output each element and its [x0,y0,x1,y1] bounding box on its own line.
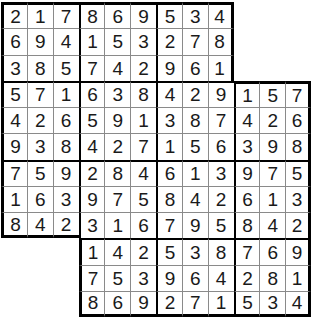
cell-r4c2: 7 [27,81,53,107]
cell-r3c8: 6 [182,55,208,81]
cell-r4c8: 2 [182,81,208,107]
cell-r7c9: 3 [208,160,234,186]
cell-r12c11: 3 [259,291,285,317]
cell-r7c5: 8 [104,160,130,186]
cell-r11c5: 5 [104,265,130,291]
cell-r10c8: 3 [182,238,208,264]
cell-r3c1: 3 [1,55,27,81]
cell-r2c7: 2 [156,28,182,54]
cell-r11c6: 3 [130,265,156,291]
cell-r10c11: 6 [259,238,285,264]
cell-r8c8: 4 [182,186,208,212]
cell-r5c2: 2 [27,107,53,133]
cell-r1c2: 1 [27,2,53,28]
cell-r2c9: 8 [208,28,234,54]
cell-r12c12: 4 [285,291,311,317]
cell-r4c10: 1 [234,81,260,107]
cell-r11c12: 1 [285,265,311,291]
cell-r7c6: 4 [130,160,156,186]
cell-r6c1: 9 [1,133,27,159]
cell-r2c8: 7 [182,28,208,54]
cell-r5c12: 6 [285,107,311,133]
cell-r2c1: 6 [1,28,27,54]
cell-r8c12: 3 [285,186,311,212]
cell-r7c7: 6 [156,160,182,186]
cell-r6c7: 1 [156,133,182,159]
cell-r6c8: 5 [182,133,208,159]
cell-r5c5: 9 [104,107,130,133]
cell-r11c1 [1,265,27,291]
cell-r1c6: 9 [130,2,156,28]
cell-r7c8: 1 [182,160,208,186]
cell-r4c1: 5 [1,81,27,107]
cell-r11c2 [27,265,53,291]
sudoku-board: 2178695346941532783857429615716384291574… [1,2,311,317]
cell-r7c3: 9 [53,160,79,186]
cell-r7c12: 5 [285,160,311,186]
cell-r5c3: 6 [53,107,79,133]
cell-r4c12: 7 [285,81,311,107]
cell-r6c6: 7 [130,133,156,159]
cell-r8c6: 5 [130,186,156,212]
puzzle-canvas: 2178695346941532783857429615716384291574… [0,0,312,320]
cell-r8c1: 1 [1,186,27,212]
cell-r5c1: 4 [1,107,27,133]
cell-r6c2: 3 [27,133,53,159]
cell-r5c4: 5 [79,107,105,133]
cell-r9c6: 6 [130,212,156,238]
cell-r3c12 [285,55,311,81]
cell-r10c2 [27,238,53,264]
cell-r3c9: 1 [208,55,234,81]
cell-r5c9: 7 [208,107,234,133]
cell-r3c4: 7 [79,55,105,81]
cell-r9c11: 4 [259,212,285,238]
cell-r10c4: 1 [79,238,105,264]
cell-r10c5: 4 [104,238,130,264]
cell-r2c12 [285,28,311,54]
cell-r7c2: 5 [27,160,53,186]
cell-r7c1: 7 [1,160,27,186]
cell-r2c2: 9 [27,28,53,54]
cell-r11c10: 2 [234,265,260,291]
cell-r3c5: 4 [104,55,130,81]
cell-r8c7: 8 [156,186,182,212]
cell-r2c4: 1 [79,28,105,54]
cell-r10c6: 2 [130,238,156,264]
cell-r3c3: 5 [53,55,79,81]
cell-r2c5: 5 [104,28,130,54]
cell-r10c3 [53,238,79,264]
cell-r9c1: 8 [1,212,27,238]
cell-r10c1 [1,238,27,264]
cell-r12c5: 6 [104,291,130,317]
cell-r12c4: 8 [79,291,105,317]
cell-r3c7: 9 [156,55,182,81]
cell-r1c12 [285,2,311,28]
cell-r4c5: 3 [104,81,130,107]
cell-r12c1 [1,291,27,317]
cell-r6c10: 3 [234,133,260,159]
cell-r9c9: 5 [208,212,234,238]
cell-r1c11 [259,2,285,28]
cell-r10c12: 9 [285,238,311,264]
cell-r8c10: 6 [234,186,260,212]
cell-r4c9: 9 [208,81,234,107]
cell-r1c10 [234,2,260,28]
cell-r4c7: 4 [156,81,182,107]
cell-r9c2: 4 [27,212,53,238]
cell-r9c5: 1 [104,212,130,238]
cell-r11c11: 8 [259,265,285,291]
cell-r1c4: 8 [79,2,105,28]
cell-r6c5: 2 [104,133,130,159]
cell-r7c10: 9 [234,160,260,186]
cell-r9c12: 2 [285,212,311,238]
cell-r6c12: 8 [285,133,311,159]
cell-r12c7: 2 [156,291,182,317]
cell-r8c11: 1 [259,186,285,212]
cell-r1c7: 5 [156,2,182,28]
cell-r4c3: 1 [53,81,79,107]
cell-r9c7: 7 [156,212,182,238]
cell-r1c3: 7 [53,2,79,28]
cell-r8c2: 6 [27,186,53,212]
cell-r11c4: 7 [79,265,105,291]
cell-r3c11 [259,55,285,81]
cell-r4c11: 5 [259,81,285,107]
cell-r10c7: 5 [156,238,182,264]
cell-r8c9: 2 [208,186,234,212]
cell-r7c4: 2 [79,160,105,186]
cell-r6c3: 8 [53,133,79,159]
cell-r9c3: 2 [53,212,79,238]
cell-r10c9: 8 [208,238,234,264]
cell-r2c10 [234,28,260,54]
cell-r5c8: 8 [182,107,208,133]
cell-r5c10: 4 [234,107,260,133]
cell-r2c11 [259,28,285,54]
cell-r11c9: 4 [208,265,234,291]
cell-r6c4: 4 [79,133,105,159]
cell-r8c4: 9 [79,186,105,212]
cell-r8c3: 3 [53,186,79,212]
cell-r11c8: 6 [182,265,208,291]
cell-r12c10: 5 [234,291,260,317]
cell-r12c9: 1 [208,291,234,317]
cell-r12c8: 7 [182,291,208,317]
cell-r6c11: 9 [259,133,285,159]
cell-r3c6: 2 [130,55,156,81]
cell-r5c7: 3 [156,107,182,133]
cell-r12c3 [53,291,79,317]
cell-r3c10 [234,55,260,81]
cell-r12c2 [27,291,53,317]
cell-r2c6: 3 [130,28,156,54]
cell-r6c9: 6 [208,133,234,159]
cell-r4c6: 8 [130,81,156,107]
cell-r5c11: 2 [259,107,285,133]
cell-r7c11: 7 [259,160,285,186]
cell-r11c3 [53,265,79,291]
cell-r10c10: 7 [234,238,260,264]
cell-r8c5: 7 [104,186,130,212]
cell-r5c6: 1 [130,107,156,133]
cell-r9c4: 3 [79,212,105,238]
cell-r1c5: 6 [104,2,130,28]
cell-r12c6: 9 [130,291,156,317]
cell-r1c9: 4 [208,2,234,28]
cell-r2c3: 4 [53,28,79,54]
cell-r9c10: 8 [234,212,260,238]
cell-r1c1: 2 [1,2,27,28]
cell-r9c8: 9 [182,212,208,238]
cell-r11c7: 9 [156,265,182,291]
cell-r4c4: 6 [79,81,105,107]
cell-r1c8: 3 [182,2,208,28]
cell-r3c2: 8 [27,55,53,81]
